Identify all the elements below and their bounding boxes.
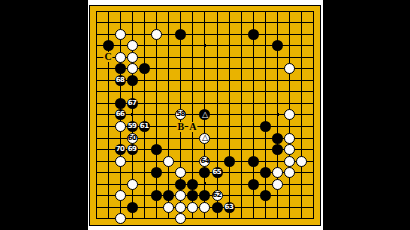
board-point[interactable] <box>259 17 271 29</box>
board-point[interactable] <box>308 109 320 121</box>
board-point[interactable] <box>247 17 259 29</box>
board-point[interactable] <box>102 63 114 75</box>
board-point[interactable] <box>138 190 150 202</box>
board-point[interactable] <box>175 98 187 110</box>
board-point[interactable] <box>187 17 199 29</box>
board-point[interactable] <box>187 213 199 225</box>
board-point[interactable] <box>223 190 235 202</box>
board-point[interactable] <box>151 6 163 18</box>
board-point[interactable] <box>151 17 163 29</box>
board-point[interactable] <box>199 6 211 18</box>
board-point[interactable] <box>199 144 211 156</box>
board-point[interactable] <box>235 6 247 18</box>
board-point[interactable] <box>151 144 163 156</box>
board-point[interactable] <box>211 29 223 41</box>
board-point[interactable] <box>284 6 296 18</box>
board-point[interactable] <box>187 155 199 167</box>
board-point[interactable] <box>90 190 102 202</box>
board-point[interactable] <box>259 178 271 190</box>
board-point[interactable] <box>272 63 284 75</box>
board-point[interactable] <box>114 29 126 41</box>
board-point[interactable] <box>175 29 187 41</box>
board-point[interactable] <box>284 201 296 213</box>
board-point[interactable] <box>90 178 102 190</box>
board-point[interactable] <box>272 86 284 98</box>
board-point[interactable] <box>272 109 284 121</box>
board-point[interactable] <box>272 121 284 133</box>
board-point[interactable] <box>284 75 296 87</box>
board-point[interactable] <box>199 63 211 75</box>
board-point[interactable] <box>199 40 211 52</box>
board-point[interactable] <box>223 167 235 179</box>
board-point[interactable] <box>235 201 247 213</box>
board-point[interactable] <box>296 6 308 18</box>
board-point[interactable] <box>259 6 271 18</box>
board-point[interactable] <box>163 86 175 98</box>
board-point[interactable] <box>163 17 175 29</box>
board-point[interactable] <box>211 109 223 121</box>
board-point[interactable] <box>138 63 150 75</box>
board-point[interactable] <box>223 109 235 121</box>
board-point[interactable]: 63 <box>223 201 235 213</box>
board-point[interactable] <box>138 144 150 156</box>
board-point[interactable] <box>235 98 247 110</box>
board-point[interactable] <box>175 155 187 167</box>
board-point[interactable] <box>151 167 163 179</box>
board-point[interactable] <box>284 29 296 41</box>
board-point[interactable] <box>138 109 150 121</box>
board-point[interactable] <box>187 6 199 18</box>
board-point[interactable] <box>235 17 247 29</box>
board-point[interactable] <box>284 98 296 110</box>
board-point[interactable] <box>114 121 126 133</box>
board-point[interactable] <box>211 201 223 213</box>
board-point[interactable] <box>296 86 308 98</box>
board-point[interactable] <box>247 98 259 110</box>
board-point[interactable] <box>151 213 163 225</box>
board-point[interactable] <box>114 6 126 18</box>
board-point[interactable] <box>187 132 199 144</box>
board-point[interactable] <box>272 213 284 225</box>
board-point[interactable] <box>284 190 296 202</box>
board-point[interactable] <box>138 132 150 144</box>
board-point[interactable] <box>284 86 296 98</box>
board-point[interactable] <box>151 201 163 213</box>
board-point[interactable] <box>163 144 175 156</box>
board-point[interactable] <box>223 29 235 41</box>
board-point[interactable] <box>126 213 138 225</box>
board-point[interactable]: 60 <box>126 132 138 144</box>
board-point[interactable] <box>235 178 247 190</box>
board-point[interactable] <box>247 144 259 156</box>
board-point[interactable] <box>114 86 126 98</box>
board-point[interactable]: △ <box>199 132 211 144</box>
board-point[interactable] <box>272 190 284 202</box>
board-point[interactable] <box>199 178 211 190</box>
board-point[interactable] <box>90 6 102 18</box>
board-point[interactable] <box>102 132 114 144</box>
board-point[interactable] <box>235 40 247 52</box>
board-point[interactable] <box>114 190 126 202</box>
board-point[interactable] <box>151 75 163 87</box>
board-point[interactable]: C <box>102 52 114 64</box>
board-point[interactable] <box>211 98 223 110</box>
board-point[interactable] <box>235 155 247 167</box>
board-point[interactable] <box>259 63 271 75</box>
board-point[interactable] <box>272 29 284 41</box>
board-point[interactable] <box>187 144 199 156</box>
board-point[interactable] <box>296 167 308 179</box>
board-point[interactable] <box>90 75 102 87</box>
board-point[interactable] <box>90 132 102 144</box>
board-point[interactable] <box>199 98 211 110</box>
board-point[interactable] <box>223 6 235 18</box>
board-point[interactable] <box>114 98 126 110</box>
board-point[interactable] <box>259 201 271 213</box>
board-point[interactable] <box>247 201 259 213</box>
board-point[interactable] <box>114 213 126 225</box>
board-point[interactable] <box>211 132 223 144</box>
board-point[interactable] <box>296 17 308 29</box>
board-point[interactable] <box>259 98 271 110</box>
board-point[interactable] <box>175 6 187 18</box>
board-point[interactable] <box>102 29 114 41</box>
board-point[interactable] <box>126 63 138 75</box>
board-point[interactable] <box>272 75 284 87</box>
board-point[interactable] <box>296 109 308 121</box>
board-point[interactable] <box>187 29 199 41</box>
board-point[interactable] <box>126 29 138 41</box>
board-point[interactable] <box>247 52 259 64</box>
board-point[interactable] <box>90 109 102 121</box>
board-point[interactable] <box>90 167 102 179</box>
board-point[interactable] <box>211 213 223 225</box>
board-point[interactable] <box>272 40 284 52</box>
board-point[interactable] <box>284 109 296 121</box>
board-point[interactable] <box>90 201 102 213</box>
board-point[interactable] <box>211 121 223 133</box>
board-point[interactable] <box>308 213 320 225</box>
board-point[interactable] <box>151 29 163 41</box>
board-point[interactable] <box>151 63 163 75</box>
board-point[interactable] <box>272 98 284 110</box>
board-point[interactable] <box>138 98 150 110</box>
board-point[interactable] <box>211 17 223 29</box>
board-point[interactable] <box>187 98 199 110</box>
board-point[interactable] <box>259 144 271 156</box>
board-point[interactable] <box>163 121 175 133</box>
board-point[interactable] <box>114 155 126 167</box>
board-point[interactable] <box>272 132 284 144</box>
board-point[interactable]: 69 <box>126 144 138 156</box>
board-point[interactable] <box>163 6 175 18</box>
board-point[interactable] <box>114 63 126 75</box>
board-point[interactable] <box>102 190 114 202</box>
board-point[interactable] <box>114 167 126 179</box>
board-point[interactable] <box>163 29 175 41</box>
board-point[interactable] <box>163 213 175 225</box>
board-point[interactable] <box>199 75 211 87</box>
board-point[interactable] <box>151 155 163 167</box>
board-point[interactable] <box>151 98 163 110</box>
board-point[interactable] <box>259 29 271 41</box>
board-point[interactable] <box>199 190 211 202</box>
board-point[interactable] <box>247 40 259 52</box>
board-point[interactable] <box>235 167 247 179</box>
board-point[interactable] <box>308 63 320 75</box>
board-point[interactable] <box>138 213 150 225</box>
board-point[interactable] <box>296 144 308 156</box>
board-point[interactable] <box>90 52 102 64</box>
board-point[interactable] <box>284 155 296 167</box>
board-point[interactable] <box>90 63 102 75</box>
board-point[interactable] <box>187 40 199 52</box>
board-point[interactable] <box>126 167 138 179</box>
board-point[interactable] <box>114 132 126 144</box>
board-point[interactable] <box>163 190 175 202</box>
board-point[interactable] <box>272 6 284 18</box>
board-point[interactable] <box>126 75 138 87</box>
board-point[interactable] <box>259 167 271 179</box>
board-point[interactable] <box>211 178 223 190</box>
board-point[interactable] <box>223 213 235 225</box>
board-point[interactable] <box>187 201 199 213</box>
board-point[interactable] <box>272 155 284 167</box>
board-point[interactable] <box>259 121 271 133</box>
board-point[interactable] <box>247 6 259 18</box>
board-point[interactable] <box>296 201 308 213</box>
board-point[interactable] <box>199 52 211 64</box>
board-point[interactable] <box>175 132 187 144</box>
board-point[interactable] <box>308 29 320 41</box>
board-point[interactable] <box>126 52 138 64</box>
board-point[interactable] <box>163 75 175 87</box>
board-point[interactable] <box>284 40 296 52</box>
board-point[interactable] <box>138 201 150 213</box>
board-point[interactable] <box>247 109 259 121</box>
board-point[interactable] <box>211 155 223 167</box>
board-point[interactable] <box>175 40 187 52</box>
board-point[interactable] <box>259 40 271 52</box>
board-point[interactable] <box>223 98 235 110</box>
board-point[interactable] <box>102 121 114 133</box>
board-point[interactable] <box>138 52 150 64</box>
board-point[interactable] <box>163 167 175 179</box>
board-point[interactable] <box>90 29 102 41</box>
board-point[interactable] <box>102 86 114 98</box>
board-point[interactable] <box>247 213 259 225</box>
board-point[interactable] <box>102 98 114 110</box>
board-point[interactable] <box>199 17 211 29</box>
board-point[interactable] <box>296 75 308 87</box>
board-point[interactable] <box>235 190 247 202</box>
board-point[interactable] <box>308 52 320 64</box>
board-point[interactable] <box>175 201 187 213</box>
board-point[interactable] <box>151 190 163 202</box>
board-point[interactable] <box>163 155 175 167</box>
board-point[interactable] <box>235 63 247 75</box>
board-point[interactable] <box>126 155 138 167</box>
board-point[interactable] <box>247 75 259 87</box>
board-point[interactable] <box>235 52 247 64</box>
board-point[interactable] <box>296 190 308 202</box>
board-point[interactable] <box>199 201 211 213</box>
board-point[interactable] <box>235 75 247 87</box>
board-point[interactable] <box>296 52 308 64</box>
board-point[interactable] <box>296 213 308 225</box>
board-point[interactable] <box>187 86 199 98</box>
board-point[interactable] <box>102 17 114 29</box>
board-point[interactable] <box>199 213 211 225</box>
board-point[interactable] <box>151 109 163 121</box>
board-point[interactable] <box>138 75 150 87</box>
board-point[interactable] <box>272 52 284 64</box>
board-point[interactable] <box>223 144 235 156</box>
board-point[interactable] <box>296 98 308 110</box>
board-point[interactable] <box>308 17 320 29</box>
board-point[interactable] <box>247 155 259 167</box>
board-point[interactable] <box>308 86 320 98</box>
board-point[interactable] <box>199 86 211 98</box>
board-point[interactable] <box>126 17 138 29</box>
board-point[interactable] <box>223 132 235 144</box>
board-point[interactable] <box>102 167 114 179</box>
board-point[interactable] <box>175 86 187 98</box>
board-point[interactable] <box>151 132 163 144</box>
board-point[interactable] <box>102 144 114 156</box>
board-point[interactable] <box>296 155 308 167</box>
board-point[interactable] <box>235 213 247 225</box>
board-point[interactable] <box>163 40 175 52</box>
board-point[interactable] <box>259 86 271 98</box>
board-point[interactable] <box>126 109 138 121</box>
board-point[interactable] <box>259 109 271 121</box>
board-point[interactable] <box>126 40 138 52</box>
board-point[interactable] <box>175 190 187 202</box>
board-point[interactable] <box>163 52 175 64</box>
board-point[interactable] <box>308 201 320 213</box>
board-point[interactable] <box>138 29 150 41</box>
board-point[interactable]: 68 <box>114 75 126 87</box>
board-point[interactable] <box>308 98 320 110</box>
board-point[interactable] <box>163 98 175 110</box>
board-point[interactable] <box>114 40 126 52</box>
board-point[interactable] <box>247 63 259 75</box>
board-point[interactable] <box>284 121 296 133</box>
board-point[interactable] <box>235 132 247 144</box>
board-point[interactable] <box>175 17 187 29</box>
board-point[interactable] <box>259 213 271 225</box>
board-point[interactable] <box>308 132 320 144</box>
board-point[interactable] <box>296 121 308 133</box>
board-point[interactable] <box>90 40 102 52</box>
board-point[interactable] <box>199 167 211 179</box>
board-point[interactable] <box>90 98 102 110</box>
board-point[interactable] <box>114 178 126 190</box>
board-point[interactable] <box>175 63 187 75</box>
board-point[interactable] <box>90 86 102 98</box>
board-point[interactable] <box>175 213 187 225</box>
board-point[interactable] <box>151 121 163 133</box>
board-point[interactable] <box>199 121 211 133</box>
board-point[interactable] <box>247 190 259 202</box>
board-point[interactable] <box>114 17 126 29</box>
board-point[interactable] <box>272 17 284 29</box>
board-point[interactable] <box>211 75 223 87</box>
board-point[interactable] <box>308 167 320 179</box>
board-point[interactable]: △ <box>199 109 211 121</box>
board-point[interactable] <box>223 17 235 29</box>
board-point[interactable] <box>175 144 187 156</box>
board-point[interactable] <box>308 155 320 167</box>
board-point[interactable] <box>187 190 199 202</box>
board-point[interactable] <box>259 155 271 167</box>
board-point[interactable] <box>284 178 296 190</box>
board-point[interactable] <box>211 144 223 156</box>
board-point[interactable] <box>102 75 114 87</box>
board-point[interactable] <box>308 40 320 52</box>
board-point[interactable] <box>211 52 223 64</box>
board-point[interactable]: 66 <box>114 109 126 121</box>
board-point[interactable] <box>138 86 150 98</box>
board-point[interactable] <box>223 63 235 75</box>
board-point[interactable] <box>235 86 247 98</box>
board-point[interactable] <box>90 155 102 167</box>
board-point[interactable] <box>296 132 308 144</box>
board-point[interactable] <box>102 178 114 190</box>
board-point[interactable] <box>211 6 223 18</box>
board-point[interactable] <box>102 213 114 225</box>
board-point[interactable] <box>90 17 102 29</box>
board-point[interactable] <box>138 178 150 190</box>
board-point[interactable] <box>151 86 163 98</box>
board-point[interactable] <box>272 167 284 179</box>
board-point[interactable]: 62 <box>211 190 223 202</box>
board-point[interactable] <box>175 178 187 190</box>
board-point[interactable]: B <box>175 121 187 133</box>
board-point[interactable] <box>284 213 296 225</box>
board-point[interactable] <box>272 178 284 190</box>
board-point[interactable] <box>308 190 320 202</box>
board-point[interactable]: 61 <box>138 121 150 133</box>
board-point[interactable] <box>223 86 235 98</box>
board-point[interactable]: A <box>187 121 199 133</box>
board-point[interactable] <box>126 190 138 202</box>
board-point[interactable] <box>126 86 138 98</box>
board-point[interactable] <box>114 52 126 64</box>
board-point[interactable] <box>138 17 150 29</box>
board-point[interactable] <box>296 63 308 75</box>
board-point[interactable] <box>199 29 211 41</box>
board-point[interactable] <box>211 40 223 52</box>
board-point[interactable] <box>247 121 259 133</box>
board-point[interactable] <box>187 178 199 190</box>
board-point[interactable]: 65 <box>211 167 223 179</box>
board-point[interactable] <box>259 190 271 202</box>
board-point[interactable] <box>151 178 163 190</box>
board-point[interactable] <box>114 201 126 213</box>
board-point[interactable] <box>102 40 114 52</box>
board-point[interactable] <box>163 132 175 144</box>
board-point[interactable] <box>138 6 150 18</box>
board-point[interactable] <box>223 52 235 64</box>
board-point[interactable] <box>175 167 187 179</box>
board-point[interactable] <box>187 167 199 179</box>
board-point[interactable]: 58 <box>175 109 187 121</box>
board-point[interactable] <box>175 75 187 87</box>
board-point[interactable] <box>247 178 259 190</box>
board-point[interactable] <box>126 6 138 18</box>
